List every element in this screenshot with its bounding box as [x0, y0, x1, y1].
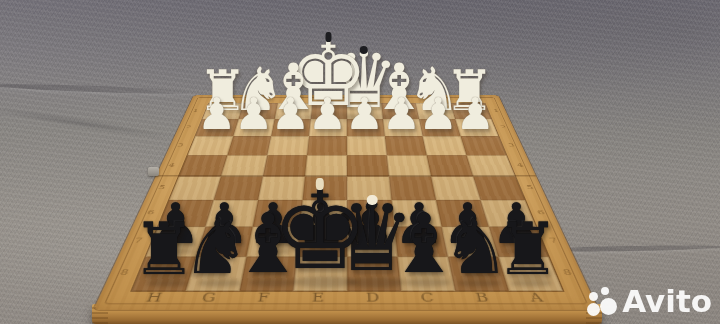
square — [221, 155, 267, 176]
square — [385, 136, 427, 155]
square — [293, 257, 347, 291]
square — [233, 119, 274, 136]
square — [398, 257, 456, 291]
square — [347, 155, 389, 176]
square — [253, 200, 303, 227]
file-label: C — [400, 289, 457, 307]
square — [303, 177, 347, 201]
square — [419, 119, 461, 136]
square — [267, 136, 309, 155]
square — [263, 155, 307, 176]
square — [416, 103, 455, 119]
square — [258, 177, 305, 201]
square — [275, 103, 313, 119]
square — [392, 200, 442, 227]
square — [300, 200, 347, 227]
square — [394, 227, 448, 257]
square — [186, 257, 247, 291]
square — [305, 155, 347, 176]
square — [271, 119, 311, 136]
board-hinge — [148, 167, 159, 176]
square — [309, 119, 347, 136]
square — [381, 103, 419, 119]
square — [169, 177, 221, 201]
file-label: H — [124, 289, 185, 307]
square — [307, 136, 347, 155]
square — [347, 257, 401, 291]
square — [347, 119, 385, 136]
square — [205, 200, 258, 227]
square — [347, 177, 392, 201]
square — [214, 177, 263, 201]
square — [423, 136, 467, 155]
watermark-text: Avito — [622, 286, 712, 320]
square — [311, 103, 347, 119]
file-label: A — [507, 289, 568, 307]
square — [158, 200, 213, 227]
avito-logo-dots-icon — [587, 287, 617, 319]
square — [427, 155, 473, 176]
square — [431, 177, 480, 201]
square — [247, 227, 300, 257]
square — [179, 155, 228, 176]
square — [347, 227, 397, 257]
square — [389, 177, 436, 201]
square — [297, 227, 347, 257]
square — [383, 119, 423, 136]
square — [347, 200, 394, 227]
file-label: F — [235, 289, 292, 307]
square — [202, 103, 243, 119]
file-label: G — [179, 289, 238, 307]
square — [227, 136, 271, 155]
file-label: B — [453, 289, 512, 307]
square — [240, 257, 297, 291]
square — [239, 103, 278, 119]
square — [347, 136, 387, 155]
square — [195, 119, 238, 136]
avito-watermark: Avito — [587, 286, 712, 320]
file-label: D — [346, 289, 402, 307]
photo-scene: HGFEDCBA1122334455667788 ♜♞♝♛♚♝♞♜♟♟♟♟♟♟♟… — [0, 0, 720, 324]
square — [347, 103, 383, 119]
square — [387, 155, 431, 176]
square — [196, 227, 252, 257]
file-label: E — [290, 289, 346, 307]
square — [187, 136, 233, 155]
